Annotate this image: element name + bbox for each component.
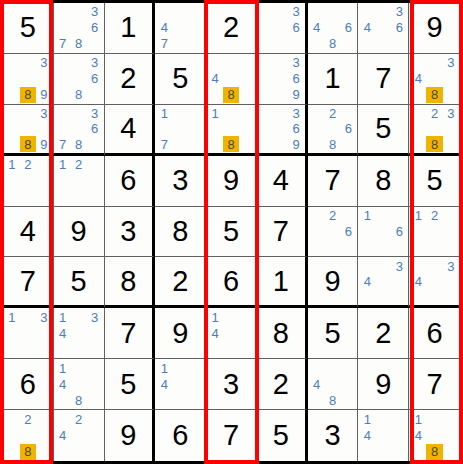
cell-r9c3[interactable]: 9 — [105, 410, 156, 461]
candidate-slot-empty — [55, 173, 71, 189]
cell-r7c9[interactable]: 6 — [409, 308, 460, 359]
candidate-slot-empty — [55, 189, 71, 205]
candidate-grid: 389 — [4, 106, 52, 152]
candidate-slot-empty — [410, 239, 426, 255]
candidate-slot-empty — [375, 289, 391, 304]
candidate-slot-empty — [71, 341, 87, 357]
candidate-slot-empty — [87, 411, 103, 427]
candidate-slot-empty — [273, 136, 288, 151]
candidate-slot-empty — [426, 71, 442, 87]
candidate-slot-empty — [391, 239, 407, 255]
candidate-4: 4 — [207, 71, 223, 87]
cell-r4c1[interactable]: 12 — [3, 156, 54, 207]
candidate-slot-empty — [309, 224, 325, 240]
cell-r6c5[interactable]: 6 — [206, 257, 257, 308]
cell-r7c2[interactable]: 134 — [54, 308, 105, 359]
candidate-slot-empty — [4, 121, 20, 136]
cell-r2c4[interactable]: 5 — [155, 54, 206, 105]
candidate-slot-empty — [87, 87, 103, 103]
solved-digit: 3 — [120, 217, 136, 246]
solved-digit: 4 — [120, 114, 136, 143]
cell-r5c1[interactable]: 4 — [3, 207, 54, 258]
candidate-slot-empty — [426, 411, 442, 427]
candidate-slot-empty — [55, 411, 71, 427]
cell-r5c4[interactable]: 8 — [155, 207, 206, 258]
candidate-1: 1 — [410, 208, 426, 224]
cell-r8c5[interactable]: 3 — [206, 359, 257, 410]
candidate-slot-empty — [71, 121, 87, 136]
cell-r5c2[interactable]: 9 — [54, 207, 105, 258]
cell-r4c4[interactable]: 3 — [155, 156, 206, 207]
candidate-grid: 28 — [4, 411, 52, 460]
cell-r8c3[interactable]: 5 — [105, 359, 156, 410]
candidate-1: 1 — [359, 411, 375, 427]
candidate-8-highlighted: 8 — [223, 87, 239, 103]
candidate-slot-empty — [341, 376, 357, 392]
candidate-grid: 346 — [359, 4, 407, 52]
candidate-slot-empty — [325, 376, 341, 392]
cell-r2c8[interactable]: 7 — [358, 54, 409, 105]
candidate-slot-empty — [410, 136, 426, 151]
cell-r8c4[interactable]: 14 — [155, 359, 206, 410]
candidate-slot-empty — [36, 325, 52, 341]
candidate-slot-empty — [258, 55, 273, 71]
candidate-slot-empty — [36, 411, 52, 427]
candidate-8: 8 — [71, 36, 87, 52]
cell-r9c7[interactable]: 3 — [308, 410, 359, 461]
cell-r3c4[interactable]: 17 — [155, 105, 206, 156]
cell-r3c5[interactable]: 18 — [206, 105, 257, 156]
candidate-grid: 16 — [359, 208, 407, 256]
candidate-4: 4 — [359, 20, 375, 36]
candidate-grid: 12 — [4, 157, 52, 205]
cell-r3c2[interactable]: 3678 — [54, 105, 105, 156]
candidate-slot-empty — [87, 360, 103, 376]
candidate-slot-empty — [426, 55, 442, 71]
candidate-8-highlighted: 8 — [426, 87, 442, 103]
candidate-slot-empty — [359, 239, 375, 255]
candidate-slot-empty — [359, 289, 375, 304]
cell-r5c6[interactable]: 7 — [257, 207, 308, 258]
candidate-slot-empty — [410, 55, 426, 71]
candidate-slot-empty — [258, 36, 273, 52]
candidate-9: 9 — [288, 136, 303, 151]
cell-r5c9[interactable]: 12 — [409, 207, 460, 258]
candidate-3: 3 — [87, 309, 103, 325]
cell-r5c7[interactable]: 26 — [308, 207, 359, 258]
candidate-slot-empty — [156, 121, 172, 136]
candidate-8-highlighted: 8 — [426, 444, 442, 460]
candidate-7: 7 — [156, 36, 172, 52]
candidate-grid: 134 — [55, 309, 103, 357]
candidate-slot-empty — [325, 360, 341, 376]
candidate-slot-empty — [410, 258, 426, 273]
candidate-2: 2 — [20, 157, 36, 173]
candidate-slot-empty — [443, 239, 459, 255]
candidate-1: 1 — [55, 309, 71, 325]
cell-r1c4[interactable]: 47 — [155, 3, 206, 54]
candidate-slot-empty — [359, 4, 375, 20]
candidate-1: 1 — [156, 360, 172, 376]
cell-r7c1[interactable]: 13 — [3, 308, 54, 359]
candidate-8-highlighted: 8 — [20, 87, 36, 103]
cell-r6c8[interactable]: 34 — [358, 257, 409, 308]
candidate-3: 3 — [87, 4, 103, 20]
candidate-slot-empty — [71, 106, 87, 121]
candidate-slot-empty — [71, 55, 87, 71]
cell-r7c7[interactable]: 5 — [308, 308, 359, 359]
cell-r8c9[interactable]: 7 — [409, 359, 460, 410]
candidate-8-highlighted: 8 — [223, 136, 239, 151]
candidate-slot-empty — [239, 121, 255, 136]
candidate-slot-empty — [239, 325, 255, 341]
solved-digit: 5 — [427, 166, 443, 195]
candidate-grid: 348 — [410, 55, 459, 103]
cell-r2c2[interactable]: 368 — [54, 54, 105, 105]
candidate-slot-empty — [188, 20, 204, 36]
candidate-slot-empty — [375, 411, 391, 427]
candidate-slot-empty — [188, 392, 204, 408]
candidate-slot-empty — [36, 341, 52, 357]
candidate-slot-empty — [341, 36, 357, 52]
candidate-slot-empty — [172, 4, 188, 20]
cell-r8c8[interactable]: 9 — [358, 359, 409, 410]
candidate-slot-empty — [309, 360, 325, 376]
cell-r6c4[interactable]: 2 — [155, 257, 206, 308]
cell-r2c6[interactable]: 369 — [257, 54, 308, 105]
solved-digit: 8 — [375, 166, 391, 195]
candidate-8-highlighted: 8 — [426, 136, 442, 151]
candidate-slot-empty — [4, 136, 20, 151]
candidate-slot-empty — [87, 427, 103, 443]
solved-digit: 1 — [120, 13, 136, 42]
candidate-slot-empty — [258, 20, 273, 36]
cell-r9c8[interactable]: 14 — [358, 410, 409, 461]
candidate-4: 4 — [359, 427, 375, 443]
candidate-slot-empty — [207, 87, 223, 103]
candidate-grid: 369 — [258, 106, 304, 152]
cell-r4c8[interactable]: 8 — [358, 156, 409, 207]
cell-r4c3[interactable]: 6 — [105, 156, 156, 207]
candidate-slot-empty — [239, 106, 255, 121]
candidate-slot-empty — [36, 189, 52, 205]
candidate-slot-empty — [4, 427, 20, 443]
cell-r1c9[interactable]: 9 — [409, 3, 460, 54]
candidate-slot-empty — [223, 55, 239, 71]
cell-r9c1[interactable]: 28 — [3, 410, 54, 461]
candidate-grid: 14 — [359, 411, 407, 460]
solved-digit: 7 — [427, 370, 443, 399]
candidate-slot-empty — [443, 224, 459, 240]
candidate-slot-empty — [87, 444, 103, 460]
candidate-grid: 369 — [258, 55, 304, 103]
candidate-slot-empty — [375, 274, 391, 289]
candidate-2: 2 — [20, 411, 36, 427]
candidate-slot-empty — [391, 289, 407, 304]
solved-digit: 4 — [273, 166, 289, 195]
candidate-slot-empty — [239, 55, 255, 71]
cell-r7c8[interactable]: 2 — [358, 308, 409, 359]
cell-r3c8[interactable]: 5 — [358, 105, 409, 156]
cell-r3c9[interactable]: 238 — [409, 105, 460, 156]
candidate-1: 1 — [410, 411, 426, 427]
cell-r5c3[interactable]: 3 — [105, 207, 156, 258]
candidate-3: 3 — [87, 55, 103, 71]
candidate-slot-empty — [55, 55, 71, 71]
cell-r1c8[interactable]: 346 — [358, 3, 409, 54]
candidate-slot-empty — [426, 274, 442, 289]
candidate-3: 3 — [87, 106, 103, 121]
solved-digit: 5 — [172, 64, 188, 93]
candidate-slot-empty — [55, 444, 71, 460]
candidate-slot-empty — [55, 121, 71, 136]
candidate-slot-empty — [36, 157, 52, 173]
candidate-8: 8 — [71, 87, 87, 103]
cell-r1c1[interactable]: 5 — [3, 3, 54, 54]
candidate-slot-empty — [443, 208, 459, 224]
candidate-slot-empty — [20, 173, 36, 189]
candidate-4: 4 — [55, 325, 71, 341]
candidate-1: 1 — [207, 106, 223, 121]
solved-digit: 1 — [324, 64, 340, 93]
candidate-slot-empty — [288, 36, 303, 52]
candidate-grid: 148 — [55, 360, 103, 408]
cell-r8c7[interactable]: 48 — [308, 359, 359, 410]
candidate-slot-empty — [443, 87, 459, 103]
candidate-grid: 47 — [156, 4, 204, 52]
cell-r4c7[interactable]: 7 — [308, 156, 359, 207]
candidate-slot-empty — [359, 444, 375, 460]
candidate-9: 9 — [36, 136, 52, 151]
candidate-grid: 18 — [207, 106, 255, 152]
candidate-slot-empty — [359, 258, 375, 273]
candidate-slot-empty — [375, 427, 391, 443]
candidate-3: 3 — [391, 258, 407, 273]
solved-digit: 5 — [324, 319, 340, 348]
cell-r6c2[interactable]: 5 — [54, 257, 105, 308]
candidate-4: 4 — [410, 274, 426, 289]
solved-digit: 3 — [172, 166, 188, 195]
candidate-slot-empty — [273, 36, 288, 52]
cell-r1c3[interactable]: 1 — [105, 3, 156, 54]
cell-r2c7[interactable]: 1 — [308, 54, 359, 105]
candidate-6: 6 — [87, 71, 103, 87]
cell-r6c7[interactable]: 9 — [308, 257, 359, 308]
solved-digit: 5 — [273, 421, 289, 450]
solved-digit: 9 — [375, 370, 391, 399]
candidate-slot-empty — [87, 392, 103, 408]
candidate-8: 8 — [325, 36, 341, 52]
candidate-slot-empty — [223, 341, 239, 357]
candidate-grid: 36 — [258, 4, 304, 52]
cell-r9c6[interactable]: 5 — [257, 410, 308, 461]
candidate-grid: 14 — [156, 360, 204, 408]
candidate-slot-empty — [55, 20, 71, 36]
candidate-slot-empty — [341, 392, 357, 408]
candidate-slot-empty — [341, 239, 357, 255]
sudoku-app: 5367814723646834693893682548369173483893… — [0, 0, 463, 464]
candidate-slot-empty — [172, 376, 188, 392]
cell-r4c9[interactable]: 5 — [409, 156, 460, 207]
candidate-1: 1 — [207, 309, 223, 325]
candidate-6: 6 — [391, 224, 407, 240]
cell-r8c6[interactable]: 2 — [257, 359, 308, 410]
candidate-slot-empty — [20, 106, 36, 121]
candidate-2: 2 — [325, 106, 341, 121]
candidate-slot-empty — [309, 208, 325, 224]
cell-r3c6[interactable]: 369 — [257, 105, 308, 156]
cell-r5c8[interactable]: 16 — [358, 207, 409, 258]
candidate-slot-empty — [309, 121, 325, 136]
cell-r4c5[interactable]: 9 — [206, 156, 257, 207]
cell-r2c1[interactable]: 389 — [3, 54, 54, 105]
candidate-slot-empty — [273, 4, 288, 20]
solved-digit: 7 — [324, 166, 340, 195]
cell-r9c9[interactable]: 148 — [409, 410, 460, 461]
candidate-slot-empty — [20, 71, 36, 87]
candidate-grid: 268 — [309, 106, 357, 152]
cell-r4c2[interactable]: 12 — [54, 156, 105, 207]
candidate-slot-empty — [4, 444, 20, 460]
candidate-slot-empty — [258, 121, 273, 136]
candidate-slot-empty — [36, 173, 52, 189]
candidate-slot-empty — [4, 411, 20, 427]
cell-r7c3[interactable]: 7 — [105, 308, 156, 359]
candidate-7: 7 — [156, 136, 172, 151]
candidate-slot-empty — [172, 36, 188, 52]
candidate-3: 3 — [36, 55, 52, 71]
cell-r6c3[interactable]: 8 — [105, 257, 156, 308]
cell-r1c2[interactable]: 3678 — [54, 3, 105, 54]
cell-r3c1[interactable]: 389 — [3, 105, 54, 156]
candidate-slot-empty — [207, 55, 223, 71]
solved-digit: 5 — [375, 114, 391, 143]
candidate-slot-empty — [273, 121, 288, 136]
candidate-slot-empty — [36, 121, 52, 136]
cell-r8c2[interactable]: 148 — [54, 359, 105, 410]
candidate-slot-empty — [443, 274, 459, 289]
candidate-slot-empty — [239, 136, 255, 151]
cell-r1c6[interactable]: 36 — [257, 3, 308, 54]
solved-digit: 7 — [120, 319, 136, 348]
cell-r7c5[interactable]: 14 — [206, 308, 257, 359]
candidate-6: 6 — [341, 224, 357, 240]
candidate-slot-empty — [207, 341, 223, 357]
cell-r7c4[interactable]: 9 — [155, 308, 206, 359]
candidate-slot-empty — [20, 427, 36, 443]
candidate-slot-empty — [156, 4, 172, 20]
candidate-slot-empty — [71, 325, 87, 341]
cell-r6c6[interactable]: 1 — [257, 257, 308, 308]
cell-r2c3[interactable]: 2 — [105, 54, 156, 105]
solved-digit: 5 — [20, 13, 36, 42]
candidate-8: 8 — [71, 392, 87, 408]
candidate-2: 2 — [325, 208, 341, 224]
candidate-4: 4 — [55, 376, 71, 392]
cell-r5c5[interactable]: 5 — [206, 207, 257, 258]
solved-digit: 2 — [273, 370, 289, 399]
candidate-slot-empty — [391, 208, 407, 224]
cell-r9c5[interactable]: 7 — [206, 410, 257, 461]
candidate-slot-empty — [239, 87, 255, 103]
cell-r1c7[interactable]: 468 — [308, 3, 359, 54]
cell-r1c5[interactable]: 2 — [206, 3, 257, 54]
candidate-slot-empty — [410, 106, 426, 121]
cell-r9c2[interactable]: 24 — [54, 410, 105, 461]
candidate-slot-empty — [309, 4, 325, 20]
cell-r3c7[interactable]: 268 — [308, 105, 359, 156]
candidate-slot-empty — [391, 36, 407, 52]
candidate-slot-empty — [426, 427, 442, 443]
candidate-grid: 468 — [309, 4, 357, 52]
candidate-6: 6 — [288, 121, 303, 136]
solved-digit: 7 — [273, 217, 289, 246]
candidate-1: 1 — [4, 157, 20, 173]
candidate-slot-empty — [258, 87, 273, 103]
candidate-slot-empty — [426, 258, 442, 273]
candidate-grid: 3678 — [55, 106, 103, 152]
candidate-slot-empty — [426, 121, 442, 136]
cell-r4c6[interactable]: 4 — [257, 156, 308, 207]
candidate-2: 2 — [71, 157, 87, 173]
candidate-slot-empty — [36, 427, 52, 443]
candidate-slot-empty — [20, 341, 36, 357]
candidate-slot-empty — [188, 106, 204, 121]
candidate-slot-empty — [55, 87, 71, 103]
candidate-slot-empty — [87, 376, 103, 392]
solved-digit: 1 — [273, 267, 289, 296]
candidate-slot-empty — [4, 173, 20, 189]
cell-r8c1[interactable]: 6 — [3, 359, 54, 410]
cell-r3c3[interactable]: 4 — [105, 105, 156, 156]
candidate-grid: 48 — [207, 55, 255, 103]
candidate-7: 7 — [55, 36, 71, 52]
candidate-slot-empty — [325, 20, 341, 36]
candidate-slot-empty — [359, 224, 375, 240]
candidate-grid: 17 — [156, 106, 204, 152]
cell-r9c4[interactable]: 6 — [155, 410, 206, 461]
candidate-slot-empty — [87, 136, 103, 151]
candidate-slot-empty — [223, 325, 239, 341]
candidate-slot-empty — [20, 325, 36, 341]
candidate-slot-empty — [273, 20, 288, 36]
candidate-slot-empty — [258, 4, 273, 20]
candidate-slot-empty — [188, 36, 204, 52]
candidate-slot-empty — [172, 121, 188, 136]
candidate-slot-empty — [156, 392, 172, 408]
candidate-slot-empty — [87, 341, 103, 357]
candidate-slot-empty — [258, 71, 273, 87]
candidate-6: 6 — [87, 20, 103, 36]
candidate-slot-empty — [55, 71, 71, 87]
candidate-grid: 389 — [4, 55, 52, 103]
candidate-slot-empty — [273, 106, 288, 121]
candidate-slot-empty — [443, 136, 459, 151]
candidate-slot-empty — [258, 136, 273, 151]
candidate-slot-empty — [325, 4, 341, 20]
cell-r2c9[interactable]: 348 — [409, 54, 460, 105]
cell-r7c6[interactable]: 8 — [257, 308, 308, 359]
solved-digit: 2 — [375, 319, 391, 348]
solved-digit: 5 — [71, 267, 87, 296]
cell-r6c9[interactable]: 34 — [409, 257, 460, 308]
candidate-slot-empty — [410, 289, 426, 304]
cell-r6c1[interactable]: 7 — [3, 257, 54, 308]
candidate-slot-empty — [71, 4, 87, 20]
cell-r2c5[interactable]: 48 — [206, 54, 257, 105]
candidate-slot-empty — [309, 136, 325, 151]
candidate-4: 4 — [309, 376, 325, 392]
